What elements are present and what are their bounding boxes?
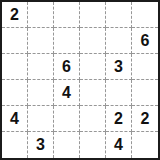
- cell-r5c4[interactable]: [80, 106, 106, 132]
- clue-number: 6: [62, 59, 71, 75]
- cell-r1c6[interactable]: [132, 2, 158, 28]
- cell-r4c2[interactable]: [28, 80, 54, 106]
- cell-r3c3[interactable]: 6: [54, 54, 80, 80]
- cell-r2c2[interactable]: [28, 28, 54, 54]
- cell-r2c3[interactable]: [54, 28, 80, 54]
- cell-r2c4[interactable]: [80, 28, 106, 54]
- cell-r4c3[interactable]: 4: [54, 80, 80, 106]
- cell-r1c2[interactable]: [28, 2, 54, 28]
- cell-r5c1[interactable]: 4: [2, 106, 28, 132]
- cell-r6c1[interactable]: [2, 132, 28, 158]
- clue-number: 4: [114, 137, 123, 153]
- cell-r2c5[interactable]: [106, 28, 132, 54]
- shikaku-board: 2663442234: [0, 0, 160, 160]
- cell-r6c5[interactable]: 4: [106, 132, 132, 158]
- cell-r4c1[interactable]: [2, 80, 28, 106]
- clue-number: 6: [141, 33, 150, 49]
- cell-r1c5[interactable]: [106, 2, 132, 28]
- cell-r4c5[interactable]: [106, 80, 132, 106]
- cell-r6c4[interactable]: [80, 132, 106, 158]
- clue-number: 4: [10, 111, 19, 127]
- cell-r2c6[interactable]: 6: [132, 28, 158, 54]
- clue-number: 3: [36, 137, 45, 153]
- cell-r5c2[interactable]: [28, 106, 54, 132]
- clue-number: 2: [10, 7, 19, 23]
- cell-r6c6[interactable]: [132, 132, 158, 158]
- cell-r6c2[interactable]: 3: [28, 132, 54, 158]
- cell-r3c5[interactable]: 3: [106, 54, 132, 80]
- cell-r1c3[interactable]: [54, 2, 80, 28]
- cell-r5c5[interactable]: 2: [106, 106, 132, 132]
- cell-r4c6[interactable]: [132, 80, 158, 106]
- cell-r3c1[interactable]: [2, 54, 28, 80]
- clue-number: 4: [62, 85, 71, 101]
- cell-r5c3[interactable]: [54, 106, 80, 132]
- cell-r2c1[interactable]: [2, 28, 28, 54]
- cell-r1c4[interactable]: [80, 2, 106, 28]
- cell-r3c4[interactable]: [80, 54, 106, 80]
- cell-r6c3[interactable]: [54, 132, 80, 158]
- cell-r3c2[interactable]: [28, 54, 54, 80]
- cell-r1c1[interactable]: 2: [2, 2, 28, 28]
- clue-number: 2: [141, 111, 150, 127]
- cell-r4c4[interactable]: [80, 80, 106, 106]
- clue-number: 3: [114, 59, 123, 75]
- clue-number: 2: [114, 111, 123, 127]
- cell-r5c6[interactable]: 2: [132, 106, 158, 132]
- cell-r3c6[interactable]: [132, 54, 158, 80]
